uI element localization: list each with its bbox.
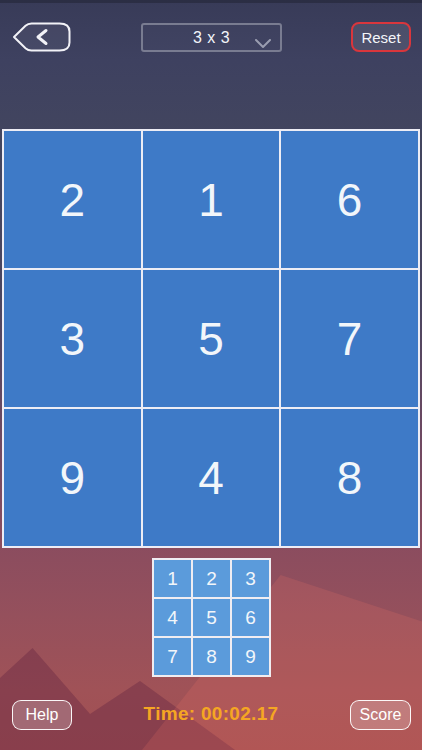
tile-r1c2[interactable]: 7 [281, 270, 418, 407]
puzzle-board: 2 1 6 3 5 7 9 4 8 [2, 129, 420, 548]
tile-r2c2[interactable]: 8 [281, 409, 418, 546]
reset-button[interactable]: Reset [351, 22, 411, 52]
tile-r0c2[interactable]: 6 [281, 131, 418, 268]
goal-cell-r2c1: 8 [193, 638, 230, 675]
goal-cell-r1c2: 6 [232, 599, 269, 636]
board-size-value: 3 x 3 [193, 29, 230, 47]
tile-r1c1[interactable]: 5 [143, 270, 280, 407]
goal-cell-r1c1: 5 [193, 599, 230, 636]
goal-cell-r0c1: 2 [193, 560, 230, 597]
tile-r0c0[interactable]: 2 [4, 131, 141, 268]
screen-top-edge [0, 0, 422, 3]
back-button[interactable] [12, 21, 72, 53]
goal-cell-r0c2: 3 [232, 560, 269, 597]
timer-value: 00:02.17 [201, 703, 278, 724]
chevron-down-icon [255, 35, 271, 53]
tile-r2c0[interactable]: 9 [4, 409, 141, 546]
goal-cell-r0c0: 1 [154, 560, 191, 597]
goal-cell-r2c2: 9 [232, 638, 269, 675]
goal-cell-r1c0: 4 [154, 599, 191, 636]
tile-r1c0[interactable]: 3 [4, 270, 141, 407]
tile-r0c1[interactable]: 1 [143, 131, 280, 268]
goal-reference-board: 1 2 3 4 5 6 7 8 9 [152, 558, 271, 677]
reset-button-label: Reset [361, 29, 400, 46]
board-size-dropdown[interactable]: 3 x 3 [141, 23, 282, 52]
timer-label: Time: [144, 703, 196, 724]
score-button[interactable]: Score [350, 700, 411, 730]
goal-cell-r2c0: 7 [154, 638, 191, 675]
tile-r2c1[interactable]: 4 [143, 409, 280, 546]
chevron-left-icon [12, 39, 72, 56]
score-button-label: Score [360, 706, 402, 724]
app-screen: 3 x 3 Reset 2 1 6 3 5 7 9 4 8 1 2 3 4 5 … [0, 0, 422, 750]
